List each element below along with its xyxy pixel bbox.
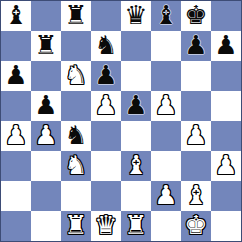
square-a1[interactable]: [1, 211, 31, 241]
square-d4[interactable]: [91, 121, 121, 151]
square-c7[interactable]: [61, 31, 91, 61]
square-b7[interactable]: ♜: [31, 31, 61, 61]
piece-black-knight[interactable]: ♞: [64, 122, 87, 148]
piece-black-bishop[interactable]: ♝: [4, 2, 27, 28]
square-b5[interactable]: ♟: [31, 91, 61, 121]
piece-black-bishop[interactable]: ♝: [154, 2, 177, 28]
piece-white-knight[interactable]: ♞: [64, 152, 87, 178]
square-g7[interactable]: ♟: [181, 31, 211, 61]
square-a4[interactable]: ♟: [1, 121, 31, 151]
square-b3[interactable]: [31, 151, 61, 181]
piece-black-pawn[interactable]: ♟: [124, 92, 147, 118]
piece-white-pawn[interactable]: ♟: [154, 92, 177, 118]
piece-white-queen[interactable]: ♛: [94, 212, 117, 238]
piece-white-bishop[interactable]: ♝: [184, 182, 207, 208]
piece-white-pawn[interactable]: ♟: [34, 122, 57, 148]
square-e8[interactable]: ♛: [121, 1, 151, 31]
square-g5[interactable]: [181, 91, 211, 121]
piece-black-pawn[interactable]: ♟: [34, 92, 57, 118]
square-b1[interactable]: [31, 211, 61, 241]
square-e3[interactable]: ♝: [121, 151, 151, 181]
piece-white-bishop[interactable]: ♝: [124, 152, 147, 178]
square-d8[interactable]: [91, 1, 121, 31]
square-h2[interactable]: [211, 181, 241, 211]
square-h8[interactable]: [211, 1, 241, 31]
piece-white-pawn[interactable]: ♟: [94, 92, 117, 118]
chess-board: ♝♜♛♝♚♜♞♟♟♟♞♟♟♟♟♟♟♟♞♟♞♝♟♟♝♜♛♜♚: [0, 0, 242, 242]
square-b4[interactable]: ♟: [31, 121, 61, 151]
square-f5[interactable]: ♟: [151, 91, 181, 121]
square-e1[interactable]: ♜: [121, 211, 151, 241]
piece-black-king[interactable]: ♚: [184, 2, 207, 28]
square-f8[interactable]: ♝: [151, 1, 181, 31]
square-b2[interactable]: [31, 181, 61, 211]
square-c3[interactable]: ♞: [61, 151, 91, 181]
piece-white-pawn[interactable]: ♟: [214, 152, 237, 178]
square-c4[interactable]: ♞: [61, 121, 91, 151]
square-d6[interactable]: ♟: [91, 61, 121, 91]
piece-black-rook[interactable]: ♜: [64, 2, 87, 28]
square-e5[interactable]: ♟: [121, 91, 151, 121]
square-g2[interactable]: ♝: [181, 181, 211, 211]
square-d2[interactable]: [91, 181, 121, 211]
square-g8[interactable]: ♚: [181, 1, 211, 31]
square-b6[interactable]: [31, 61, 61, 91]
piece-black-pawn[interactable]: ♟: [214, 32, 237, 58]
square-c5[interactable]: [61, 91, 91, 121]
square-g6[interactable]: [181, 61, 211, 91]
piece-white-knight[interactable]: ♞: [64, 62, 87, 88]
piece-black-pawn[interactable]: ♟: [94, 62, 117, 88]
piece-black-knight[interactable]: ♞: [94, 32, 117, 58]
square-d3[interactable]: [91, 151, 121, 181]
piece-black-rook[interactable]: ♜: [34, 32, 57, 58]
piece-white-pawn[interactable]: ♟: [4, 122, 27, 148]
piece-white-king[interactable]: ♚: [184, 212, 207, 238]
square-c6[interactable]: ♞: [61, 61, 91, 91]
piece-white-rook[interactable]: ♜: [64, 212, 87, 238]
square-f6[interactable]: [151, 61, 181, 91]
square-e4[interactable]: [121, 121, 151, 151]
piece-white-pawn[interactable]: ♟: [154, 182, 177, 208]
square-d7[interactable]: ♞: [91, 31, 121, 61]
square-f2[interactable]: ♟: [151, 181, 181, 211]
square-a5[interactable]: [1, 91, 31, 121]
square-a2[interactable]: [1, 181, 31, 211]
square-h7[interactable]: ♟: [211, 31, 241, 61]
square-g1[interactable]: ♚: [181, 211, 211, 241]
square-e2[interactable]: [121, 181, 151, 211]
square-a8[interactable]: ♝: [1, 1, 31, 31]
piece-white-pawn[interactable]: ♟: [184, 122, 207, 148]
square-c8[interactable]: ♜: [61, 1, 91, 31]
square-f3[interactable]: [151, 151, 181, 181]
square-h1[interactable]: [211, 211, 241, 241]
square-c1[interactable]: ♜: [61, 211, 91, 241]
square-f7[interactable]: [151, 31, 181, 61]
piece-black-queen[interactable]: ♛: [124, 2, 147, 28]
square-h6[interactable]: [211, 61, 241, 91]
square-c2[interactable]: [61, 181, 91, 211]
square-e6[interactable]: [121, 61, 151, 91]
square-a6[interactable]: ♟: [1, 61, 31, 91]
square-h5[interactable]: [211, 91, 241, 121]
square-g3[interactable]: [181, 151, 211, 181]
piece-white-rook[interactable]: ♜: [124, 212, 147, 238]
square-d5[interactable]: ♟: [91, 91, 121, 121]
square-d1[interactable]: ♛: [91, 211, 121, 241]
square-f4[interactable]: [151, 121, 181, 151]
piece-black-pawn[interactable]: ♟: [4, 62, 27, 88]
square-b8[interactable]: [31, 1, 61, 31]
square-h3[interactable]: ♟: [211, 151, 241, 181]
square-e7[interactable]: [121, 31, 151, 61]
square-a7[interactable]: [1, 31, 31, 61]
square-f1[interactable]: [151, 211, 181, 241]
square-h4[interactable]: [211, 121, 241, 151]
square-a3[interactable]: [1, 151, 31, 181]
square-g4[interactable]: ♟: [181, 121, 211, 151]
piece-black-pawn[interactable]: ♟: [184, 32, 207, 58]
